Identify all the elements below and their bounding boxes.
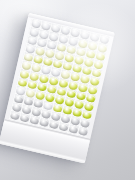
microplate-photo: [0, 0, 135, 180]
wells-grid: [9, 19, 110, 137]
plate-tray: [0, 13, 115, 163]
